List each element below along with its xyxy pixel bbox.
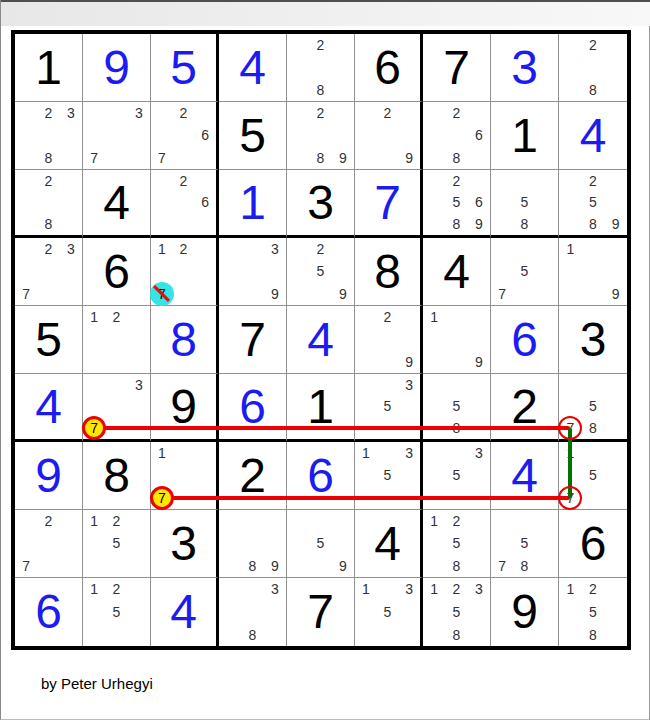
cell-r9c8[interactable]: 9 [491, 578, 559, 646]
cell-r8c6[interactable]: 4 [355, 510, 423, 578]
candidate-digit: 2 [37, 170, 59, 192]
candidate-digit: 5 [582, 192, 605, 214]
given-digit: 1 [15, 34, 82, 101]
cell-r3c5[interactable]: 3 [287, 170, 355, 238]
candidate-grid: 57 [491, 238, 558, 305]
cell-r2c4[interactable]: 5 [219, 102, 287, 170]
candidate-digit: 7 [559, 487, 582, 509]
cell-r7c9[interactable]: 157 [559, 442, 627, 510]
candidate-digit: 1 [355, 442, 377, 464]
candidate-digit: 2 [445, 510, 467, 532]
sudoku-board-wrap: 1954286732823837267528929268142842613725… [11, 30, 631, 650]
candidate-digit: 8 [241, 623, 263, 646]
candidate-grid: 1258 [423, 510, 490, 577]
candidate-digit: 8 [445, 147, 467, 169]
cell-r6c3[interactable]: 9 [151, 374, 219, 442]
candidate-digit: 2 [105, 510, 127, 532]
cell-r5c5[interactable]: 4 [287, 306, 355, 374]
cell-r4c3[interactable]: 127 [151, 238, 219, 306]
candidate-digit: 5 [445, 532, 467, 554]
candidate-digit: 9 [468, 213, 490, 235]
candidate-digit: 9 [332, 283, 354, 305]
cell-r8c5[interactable]: 59 [287, 510, 355, 578]
candidate-digit: 1 [83, 510, 105, 532]
candidate-digit: 2 [309, 34, 331, 56]
candidate-digit: 5 [445, 464, 467, 486]
candidate-digit: 5 [377, 396, 399, 418]
given-digit: 7 [287, 578, 354, 646]
candidate-digit: 3 [128, 102, 150, 124]
cell-r8c9[interactable]: 6 [559, 510, 627, 578]
candidate-digit: 9 [398, 351, 420, 373]
given-digit: 9 [151, 374, 216, 439]
candidate-digit: 8 [445, 555, 467, 577]
candidate-grid: 238 [15, 102, 82, 169]
candidate-digit: 2 [309, 238, 331, 260]
candidate-digit: 1 [559, 578, 582, 601]
candidate-digit: 9 [398, 147, 420, 169]
candidate-digit: 6 [468, 192, 490, 214]
candidate-digit: 5 [445, 601, 467, 624]
candidate-grid: 29 [355, 306, 420, 373]
cell-r5c2[interactable]: 12 [83, 306, 151, 374]
candidate-digit: 8 [582, 623, 605, 646]
candidate-digit: 2 [173, 102, 195, 124]
cell-r8c8[interactable]: 578 [491, 510, 559, 578]
candidate-grid: 28 [559, 34, 627, 101]
given-digit: 7 [423, 34, 490, 101]
candidate-digit: 3 [398, 442, 420, 464]
solved-digit: 6 [287, 442, 354, 509]
candidate-grid: 58 [491, 170, 558, 235]
cell-r4c5[interactable]: 259 [287, 238, 355, 306]
candidate-grid: 135 [355, 578, 420, 646]
candidate-digit: 2 [173, 170, 195, 192]
cell-r1c2[interactable]: 9 [83, 34, 151, 102]
candidate-grid: 12 [83, 306, 150, 373]
candidate-digit: 3 [468, 578, 490, 601]
cell-r5c1[interactable]: 5 [15, 306, 83, 374]
candidate-digit: 1 [151, 442, 173, 464]
candidate-digit: 7 [151, 283, 173, 305]
cell-r5c4[interactable]: 7 [219, 306, 287, 374]
candidate-digit: 6 [194, 124, 216, 146]
candidate-digit: 3 [264, 238, 286, 260]
candidate-grid: 19 [423, 306, 490, 373]
candidate-digit: 5 [582, 464, 605, 486]
cell-r2c1[interactable]: 238 [15, 102, 83, 170]
cell-r9c9[interactable]: 1258 [559, 578, 627, 646]
candidate-digit: 5 [309, 532, 331, 554]
candidate-grid: 38 [219, 578, 286, 646]
given-digit: 4 [423, 238, 490, 305]
candidate-digit: 7 [15, 283, 37, 305]
cell-r4c8[interactable]: 57 [491, 238, 559, 306]
given-digit: 4 [355, 510, 420, 577]
candidate-digit: 5 [513, 532, 535, 554]
candidate-digit: 6 [194, 192, 216, 214]
candidate-grid: 1258 [559, 578, 627, 646]
candidate-digit: 3 [60, 238, 82, 260]
candidate-grid: 27 [15, 510, 82, 577]
candidate-digit: 2 [582, 170, 605, 192]
candidate-grid: 37 [83, 374, 150, 439]
cell-r9c6[interactable]: 135 [355, 578, 423, 646]
candidate-digit: 2 [37, 102, 59, 124]
candidate-grid: 267 [151, 102, 216, 169]
candidate-digit: 2 [37, 510, 59, 532]
candidate-grid: 39 [219, 238, 286, 305]
cell-r9c7[interactable]: 12358 [423, 578, 491, 646]
given-digit: 7 [219, 306, 286, 373]
given-digit: 5 [15, 306, 82, 373]
cell-r7c3[interactable]: 17 [151, 442, 219, 510]
solved-digit: 4 [287, 306, 354, 373]
cell-r1c3[interactable]: 5 [151, 34, 219, 102]
solved-digit: 7 [355, 170, 420, 235]
candidate-digit: 2 [37, 238, 59, 260]
candidate-grid: 37 [83, 102, 150, 169]
candidate-grid: 28 [287, 34, 354, 101]
cell-r4c4[interactable]: 39 [219, 238, 287, 306]
candidate-digit: 3 [398, 578, 420, 601]
cell-r2c6[interactable]: 29 [355, 102, 423, 170]
candidate-grid: 12358 [423, 578, 490, 646]
candidate-grid: 237 [15, 238, 82, 305]
candidate-digit: 2 [105, 306, 127, 328]
solved-digit: 1 [219, 170, 286, 235]
candidate-grid: 25689 [423, 170, 490, 235]
candidate-digit: 8 [582, 417, 605, 439]
candidate-digit: 7 [151, 487, 173, 509]
cell-r5c7[interactable]: 19 [423, 306, 491, 374]
cell-r1c1[interactable]: 1 [15, 34, 83, 102]
candidate-grid: 289 [287, 102, 354, 169]
candidate-grid: 35 [423, 442, 490, 509]
cell-r7c1[interactable]: 9 [15, 442, 83, 510]
cell-r3c1[interactable]: 28 [15, 170, 83, 238]
candidate-digit: 8 [37, 213, 59, 235]
candidate-digit: 7 [15, 555, 37, 577]
given-digit: 3 [559, 306, 627, 373]
candidate-digit: 2 [377, 102, 399, 124]
cell-r3c8[interactable]: 58 [491, 170, 559, 238]
cell-r2c3[interactable]: 267 [151, 102, 219, 170]
given-digit: 6 [83, 238, 150, 305]
cell-r2c5[interactable]: 289 [287, 102, 355, 170]
candidate-digit: 3 [468, 442, 490, 464]
candidate-digit: 7 [559, 417, 582, 439]
candidate-digit: 5 [105, 601, 127, 624]
cell-r3c7[interactable]: 25689 [423, 170, 491, 238]
solved-digit: 4 [219, 34, 286, 101]
solved-digit: 4 [491, 442, 558, 509]
candidate-grid: 578 [559, 374, 627, 439]
author-caption: by Peter Urhegyi [41, 675, 153, 692]
candidate-digit: 8 [241, 555, 263, 577]
candidate-digit: 2 [582, 578, 605, 601]
candidate-digit: 1 [83, 578, 105, 601]
candidate-digit: 2 [105, 578, 127, 601]
cell-r2c2[interactable]: 37 [83, 102, 151, 170]
cell-r6c4[interactable]: 6 [219, 374, 287, 442]
candidate-digit: 3 [264, 578, 286, 601]
solved-digit: 6 [15, 578, 82, 646]
candidate-digit: 1 [355, 578, 377, 601]
cell-r4c7[interactable]: 4 [423, 238, 491, 306]
given-digit: 9 [491, 578, 558, 646]
cell-r4c9[interactable]: 19 [559, 238, 627, 306]
given-digit: 2 [491, 374, 558, 439]
given-digit: 3 [287, 170, 354, 235]
candidate-grid: 259 [287, 238, 354, 305]
cell-r9c3[interactable]: 4 [151, 578, 219, 646]
solved-digit: 5 [151, 34, 216, 101]
cell-r3c6[interactable]: 7 [355, 170, 423, 238]
candidate-digit: 8 [445, 417, 467, 439]
given-digit: 4 [83, 170, 150, 235]
candidate-grid: 125 [83, 578, 150, 646]
candidate-digit: 8 [513, 555, 535, 577]
candidate-digit: 5 [513, 260, 535, 282]
cell-r2c7[interactable]: 268 [423, 102, 491, 170]
candidate-digit: 1 [423, 578, 445, 601]
candidate-digit: 5 [445, 192, 467, 214]
candidate-grid: 89 [219, 510, 286, 577]
cell-r1c5[interactable]: 28 [287, 34, 355, 102]
cell-r8c3[interactable]: 3 [151, 510, 219, 578]
candidate-digit: 2 [377, 306, 399, 328]
candidate-digit: 8 [309, 79, 331, 101]
cell-r7c2[interactable]: 8 [83, 442, 151, 510]
candidate-digit: 5 [105, 532, 127, 554]
candidate-digit: 5 [582, 396, 605, 418]
cell-r1c6[interactable]: 6 [355, 34, 423, 102]
candidate-digit: 9 [604, 283, 627, 305]
cell-r6c6[interactable]: 35 [355, 374, 423, 442]
candidate-digit: 5 [513, 192, 535, 214]
candidate-grid: 35 [355, 374, 420, 439]
candidate-grid: 58 [423, 374, 490, 439]
cell-r4c6[interactable]: 8 [355, 238, 423, 306]
candidate-digit: 5 [445, 396, 467, 418]
given-digit: 1 [491, 102, 558, 169]
cell-r3c9[interactable]: 2589 [559, 170, 627, 238]
cell-r4c1[interactable]: 237 [15, 238, 83, 306]
candidate-digit: 5 [309, 260, 331, 282]
solved-digit: 3 [491, 34, 558, 101]
cell-r5c9[interactable]: 3 [559, 306, 627, 374]
candidate-grid: 578 [491, 510, 558, 577]
solved-digit: 4 [559, 102, 627, 169]
cell-r3c2[interactable]: 4 [83, 170, 151, 238]
candidate-grid: 28 [15, 170, 82, 235]
candidate-grid: 29 [355, 102, 420, 169]
given-digit: 8 [83, 442, 150, 509]
candidate-digit: 1 [423, 510, 445, 532]
cell-r6c5[interactable]: 1 [287, 374, 355, 442]
cell-r5c3[interactable]: 8 [151, 306, 219, 374]
candidate-digit: 5 [377, 464, 399, 486]
cell-r7c6[interactable]: 135 [355, 442, 423, 510]
cell-r5c8[interactable]: 6 [491, 306, 559, 374]
candidate-digit: 1 [151, 238, 173, 260]
cell-r6c2[interactable]: 37 [83, 374, 151, 442]
candidate-digit: 2 [445, 170, 467, 192]
candidate-digit: 1 [559, 238, 582, 260]
cell-r6c7[interactable]: 58 [423, 374, 491, 442]
given-digit: 8 [355, 238, 420, 305]
candidate-digit: 8 [445, 213, 467, 235]
cell-r7c7[interactable]: 35 [423, 442, 491, 510]
solved-digit: 6 [219, 374, 286, 439]
given-digit: 1 [287, 374, 354, 439]
cell-r9c2[interactable]: 125 [83, 578, 151, 646]
candidate-grid: 17 [151, 442, 216, 509]
candidate-grid: 26 [151, 170, 216, 235]
candidate-grid: 59 [287, 510, 354, 577]
candidate-digit: 2 [582, 34, 605, 56]
candidate-grid: 157 [559, 442, 627, 509]
cell-r9c1[interactable]: 6 [15, 578, 83, 646]
cell-r7c8[interactable]: 4 [491, 442, 559, 510]
candidate-digit: 2 [309, 102, 331, 124]
candidate-digit: 9 [332, 555, 354, 577]
cell-r8c4[interactable]: 89 [219, 510, 287, 578]
cell-r1c9[interactable]: 28 [559, 34, 627, 102]
solved-digit: 8 [151, 306, 216, 373]
candidate-digit: 9 [332, 147, 354, 169]
cell-r6c1[interactable]: 4 [15, 374, 83, 442]
candidate-digit: 8 [37, 147, 59, 169]
candidate-digit: 7 [83, 417, 105, 439]
cell-r8c2[interactable]: 125 [83, 510, 151, 578]
candidate-digit: 7 [151, 147, 173, 169]
candidate-grid: 19 [559, 238, 627, 305]
toolbar [1, 0, 650, 26]
candidate-digit: 3 [60, 102, 82, 124]
candidate-digit: 3 [398, 374, 420, 396]
given-digit: 6 [559, 510, 627, 577]
given-digit: 3 [151, 510, 216, 577]
candidate-grid: 135 [355, 442, 420, 509]
cell-r7c4[interactable]: 2 [219, 442, 287, 510]
candidate-digit: 1 [83, 306, 105, 328]
cell-r1c8[interactable]: 3 [491, 34, 559, 102]
cell-r6c8[interactable]: 2 [491, 374, 559, 442]
candidate-digit: 9 [468, 351, 490, 373]
candidate-digit: 7 [491, 555, 513, 577]
candidate-digit: 1 [559, 442, 582, 464]
solved-digit: 9 [83, 34, 150, 101]
candidate-digit: 3 [128, 374, 150, 396]
solved-digit: 9 [15, 442, 82, 509]
solved-digit: 4 [15, 374, 82, 439]
candidate-digit: 9 [264, 555, 286, 577]
candidate-digit: 5 [582, 601, 605, 624]
candidate-digit: 8 [309, 147, 331, 169]
candidate-digit: 9 [264, 283, 286, 305]
candidate-digit: 2 [445, 578, 467, 601]
candidate-digit: 7 [491, 283, 513, 305]
given-digit: 5 [219, 102, 286, 169]
candidate-digit: 7 [83, 147, 105, 169]
cell-r3c4[interactable]: 1 [219, 170, 287, 238]
candidate-digit: 2 [445, 102, 467, 124]
candidate-grid: 127 [151, 238, 216, 305]
candidate-digit: 9 [604, 213, 627, 235]
cell-r8c1[interactable]: 27 [15, 510, 83, 578]
candidate-grid: 268 [423, 102, 490, 169]
cell-r1c7[interactable]: 7 [423, 34, 491, 102]
solved-digit: 6 [491, 306, 558, 373]
app-frame: 1954286732823837267528929268142842613725… [0, 0, 650, 720]
cell-r9c4[interactable]: 38 [219, 578, 287, 646]
candidate-digit: 1 [423, 306, 445, 328]
cell-r5c6[interactable]: 29 [355, 306, 423, 374]
cell-r1c4[interactable]: 4 [219, 34, 287, 102]
cell-r8c7[interactable]: 1258 [423, 510, 491, 578]
candidate-grid: 2589 [559, 170, 627, 235]
candidate-digit: 8 [582, 213, 605, 235]
cell-r2c9[interactable]: 4 [559, 102, 627, 170]
candidate-grid: 125 [83, 510, 150, 577]
cell-r9c5[interactable]: 7 [287, 578, 355, 646]
candidate-digit: 8 [445, 623, 467, 646]
cell-r4c2[interactable]: 6 [83, 238, 151, 306]
candidate-digit: 8 [582, 79, 605, 101]
candidate-digit: 6 [468, 124, 490, 146]
cell-r2c8[interactable]: 1 [491, 102, 559, 170]
solved-digit: 4 [151, 578, 216, 646]
given-digit: 2 [219, 442, 286, 509]
given-digit: 6 [355, 34, 420, 101]
candidate-digit: 5 [377, 601, 399, 624]
candidate-digit: 2 [173, 238, 195, 260]
cell-r6c9[interactable]: 578 [559, 374, 627, 442]
sudoku-board: 1954286732823837267528929268142842613725… [11, 30, 631, 650]
cell-r7c5[interactable]: 6 [287, 442, 355, 510]
cell-r3c3[interactable]: 26 [151, 170, 219, 238]
candidate-digit: 8 [513, 213, 535, 235]
